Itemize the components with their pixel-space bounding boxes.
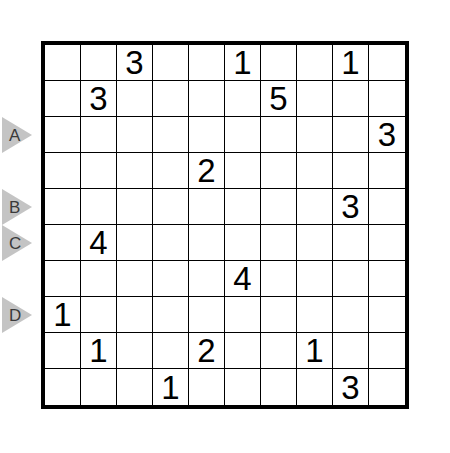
cell-r9c2: 1 xyxy=(81,333,117,369)
cell-r3c6[interactable] xyxy=(225,117,261,153)
marker-label-B: B xyxy=(9,199,20,216)
cell-r5c8[interactable] xyxy=(297,189,333,225)
cell-r10c2[interactable] xyxy=(81,369,117,405)
cell-r1c10[interactable] xyxy=(369,45,405,81)
cell-r2c2: 3 xyxy=(81,81,117,117)
cell-r8c10[interactable] xyxy=(369,297,405,333)
cell-r1c1[interactable] xyxy=(45,45,81,81)
cell-r2c4[interactable] xyxy=(153,81,189,117)
cell-r6c1[interactable] xyxy=(45,225,81,261)
cell-r6c5[interactable] xyxy=(189,225,225,261)
cell-r3c9[interactable] xyxy=(333,117,369,153)
cell-r4c8[interactable] xyxy=(297,153,333,189)
cell-r10c10[interactable] xyxy=(369,369,405,405)
arrow-right-icon: D xyxy=(2,297,32,333)
cell-r7c6: 4 xyxy=(225,261,261,297)
cell-r2c6[interactable] xyxy=(225,81,261,117)
cell-r8c4[interactable] xyxy=(153,297,189,333)
cell-r1c8[interactable] xyxy=(297,45,333,81)
puzzle-grid: 3113532344112113 xyxy=(41,41,409,409)
arrow-right-icon: A xyxy=(2,117,32,153)
cell-r4c3[interactable] xyxy=(117,153,153,189)
cell-r5c5[interactable] xyxy=(189,189,225,225)
cell-r5c3[interactable] xyxy=(117,189,153,225)
marker-label-C: C xyxy=(9,235,21,252)
cell-r4c4[interactable] xyxy=(153,153,189,189)
cell-r7c9[interactable] xyxy=(333,261,369,297)
cell-r3c5[interactable] xyxy=(189,117,225,153)
cell-r9c8: 1 xyxy=(297,333,333,369)
marker-label-A: A xyxy=(9,127,20,144)
cell-r3c4[interactable] xyxy=(153,117,189,153)
cell-r5c6[interactable] xyxy=(225,189,261,225)
cell-r3c1[interactable] xyxy=(45,117,81,153)
cell-r7c5[interactable] xyxy=(189,261,225,297)
cell-r1c7[interactable] xyxy=(261,45,297,81)
cell-r7c7[interactable] xyxy=(261,261,297,297)
cell-r4c10[interactable] xyxy=(369,153,405,189)
cell-r9c9[interactable] xyxy=(333,333,369,369)
cell-r7c1[interactable] xyxy=(45,261,81,297)
cell-r6c3[interactable] xyxy=(117,225,153,261)
cell-r7c10[interactable] xyxy=(369,261,405,297)
cell-r8c3[interactable] xyxy=(117,297,153,333)
cell-r6c8[interactable] xyxy=(297,225,333,261)
cell-r8c7[interactable] xyxy=(261,297,297,333)
cell-r2c9[interactable] xyxy=(333,81,369,117)
cell-r1c2[interactable] xyxy=(81,45,117,81)
cell-r6c7[interactable] xyxy=(261,225,297,261)
cell-r9c1[interactable] xyxy=(45,333,81,369)
cell-r4c9[interactable] xyxy=(333,153,369,189)
answer-row-marker-D: D xyxy=(2,297,32,333)
cell-r5c10[interactable] xyxy=(369,189,405,225)
cell-r6c10[interactable] xyxy=(369,225,405,261)
cell-r10c7[interactable] xyxy=(261,369,297,405)
cell-r10c4: 1 xyxy=(153,369,189,405)
cell-r1c3: 3 xyxy=(117,45,153,81)
cell-r8c1: 1 xyxy=(45,297,81,333)
cell-r5c4[interactable] xyxy=(153,189,189,225)
cell-r1c6: 1 xyxy=(225,45,261,81)
cell-r7c4[interactable] xyxy=(153,261,189,297)
cell-r10c1[interactable] xyxy=(45,369,81,405)
cell-r3c10: 3 xyxy=(369,117,405,153)
cell-r2c7: 5 xyxy=(261,81,297,117)
cell-r1c4[interactable] xyxy=(153,45,189,81)
cell-r9c3[interactable] xyxy=(117,333,153,369)
cell-r5c9: 3 xyxy=(333,189,369,225)
answer-row-marker-B: B xyxy=(2,189,32,225)
cell-r2c5[interactable] xyxy=(189,81,225,117)
cell-r9c4[interactable] xyxy=(153,333,189,369)
cell-r2c3[interactable] xyxy=(117,81,153,117)
cell-r10c6[interactable] xyxy=(225,369,261,405)
cell-r3c7[interactable] xyxy=(261,117,297,153)
cell-r7c2[interactable] xyxy=(81,261,117,297)
cell-r3c2[interactable] xyxy=(81,117,117,153)
cell-r1c9: 1 xyxy=(333,45,369,81)
cell-r5c2[interactable] xyxy=(81,189,117,225)
cell-r7c3[interactable] xyxy=(117,261,153,297)
cell-r5c1[interactable] xyxy=(45,189,81,225)
cell-r4c5: 2 xyxy=(189,153,225,189)
cell-r10c8[interactable] xyxy=(297,369,333,405)
cell-r8c5[interactable] xyxy=(189,297,225,333)
cell-r9c10[interactable] xyxy=(369,333,405,369)
cell-r2c1[interactable] xyxy=(45,81,81,117)
marker-label-D: D xyxy=(9,307,21,324)
cell-r3c8[interactable] xyxy=(297,117,333,153)
cell-r8c9[interactable] xyxy=(333,297,369,333)
answer-row-marker-C: C xyxy=(2,225,32,261)
cell-r6c2: 4 xyxy=(81,225,117,261)
cell-r2c8[interactable] xyxy=(297,81,333,117)
cell-r6c9[interactable] xyxy=(333,225,369,261)
arrow-right-icon: C xyxy=(2,225,32,261)
cell-r4c1[interactable] xyxy=(45,153,81,189)
cell-r6c4[interactable] xyxy=(153,225,189,261)
cell-r4c7[interactable] xyxy=(261,153,297,189)
cell-r9c5: 2 xyxy=(189,333,225,369)
cell-r9c6[interactable] xyxy=(225,333,261,369)
cell-r3c3[interactable] xyxy=(117,117,153,153)
cell-r4c2[interactable] xyxy=(81,153,117,189)
cell-r10c3[interactable] xyxy=(117,369,153,405)
cell-r8c8[interactable] xyxy=(297,297,333,333)
cell-r8c2[interactable] xyxy=(81,297,117,333)
answer-row-marker-A: A xyxy=(2,117,32,153)
cell-r2c10[interactable] xyxy=(369,81,405,117)
cell-r7c8[interactable] xyxy=(297,261,333,297)
cell-r10c9: 3 xyxy=(333,369,369,405)
arrow-right-icon: B xyxy=(2,189,32,225)
cell-r6c6[interactable] xyxy=(225,225,261,261)
cell-r1c5[interactable] xyxy=(189,45,225,81)
cell-r8c6[interactable] xyxy=(225,297,261,333)
cell-r4c6[interactable] xyxy=(225,153,261,189)
cell-r5c7[interactable] xyxy=(261,189,297,225)
puzzle-page: { "game": "minesweeper", "position": "..… xyxy=(0,0,450,453)
cell-r10c5[interactable] xyxy=(189,369,225,405)
cell-r9c7[interactable] xyxy=(261,333,297,369)
